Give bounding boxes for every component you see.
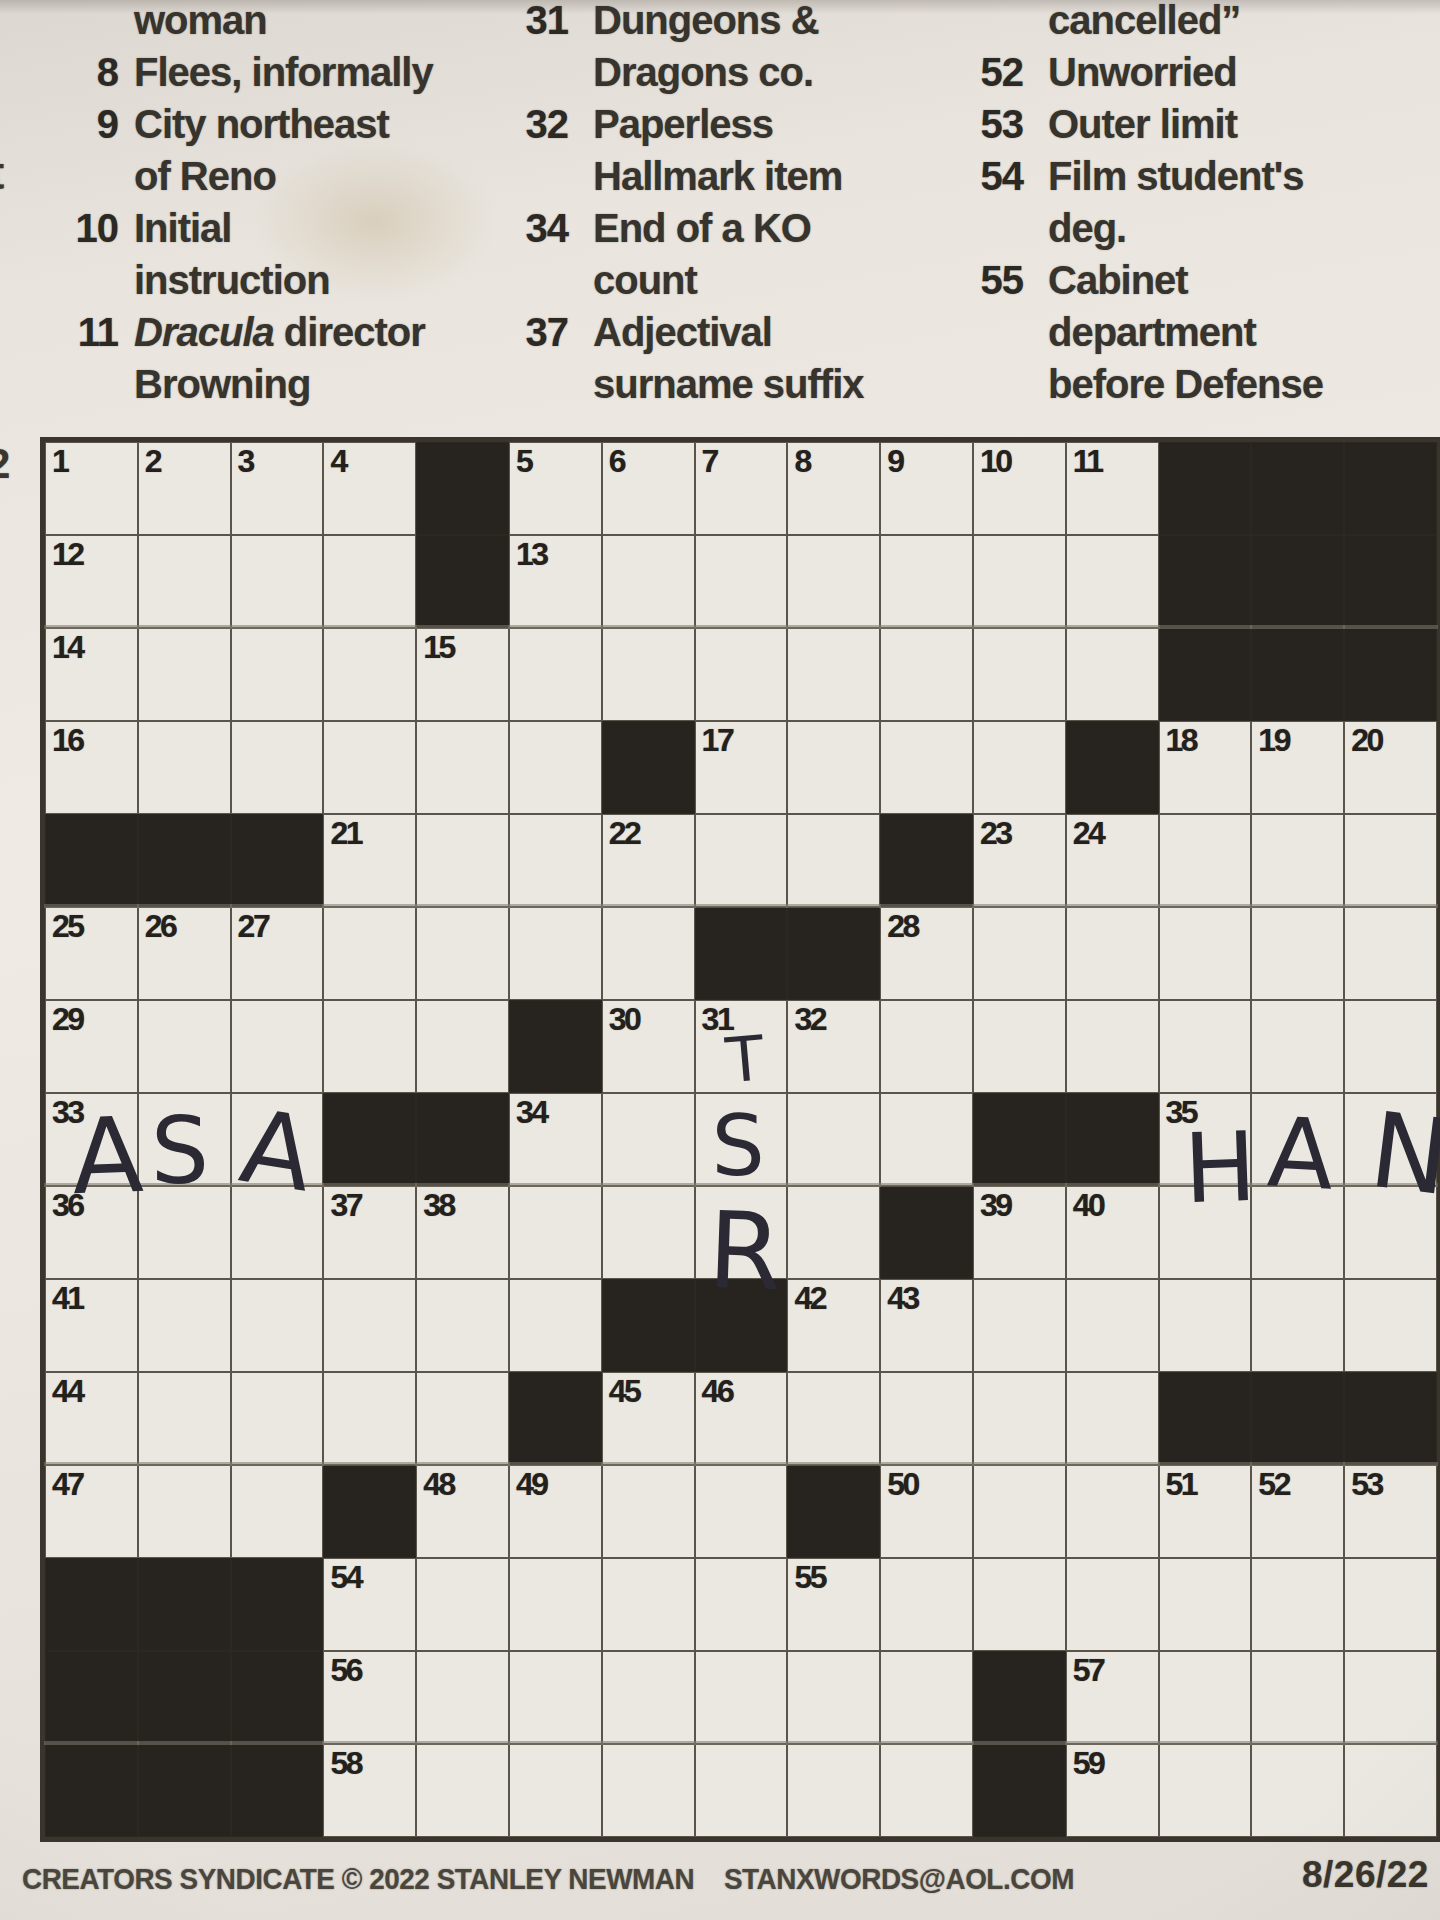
black-cell xyxy=(973,1093,1066,1186)
black-cell xyxy=(509,1000,602,1093)
clue-text: Outer limit xyxy=(1048,98,1237,150)
grid-cell[interactable] xyxy=(880,535,973,628)
grid-cell[interactable]: 39 xyxy=(973,1186,1066,1279)
grid-cell[interactable] xyxy=(602,1744,695,1837)
grid-cell[interactable] xyxy=(973,1558,1066,1651)
black-cell xyxy=(138,1651,231,1744)
grid-cell[interactable]: 12 xyxy=(45,535,138,628)
cell-number: 6 xyxy=(609,445,624,477)
photo-top-shadow xyxy=(0,0,1440,14)
grid-cell[interactable] xyxy=(509,814,602,907)
cell-number: 41 xyxy=(52,1282,83,1314)
clue-text: department xyxy=(1048,306,1256,358)
grid-cell[interactable]: 45 xyxy=(602,1372,695,1465)
black-cell xyxy=(602,1279,695,1372)
grid-cell[interactable] xyxy=(1066,628,1159,721)
grid-cell[interactable] xyxy=(787,1372,880,1465)
clue-number: 10 xyxy=(44,202,118,254)
cell-number: 12 xyxy=(52,538,83,570)
grid-cell[interactable]: 55 xyxy=(787,1558,880,1651)
grid-cell[interactable]: 6 xyxy=(602,442,695,535)
clue-line: 11Dracula director xyxy=(44,306,433,358)
clue-number: 32 xyxy=(500,98,568,150)
clue-text: before Defense xyxy=(1048,358,1323,410)
grid-cell[interactable] xyxy=(695,814,788,907)
grid-cell[interactable] xyxy=(973,535,1066,628)
grid-cell[interactable] xyxy=(416,1372,509,1465)
grid-cell[interactable]: 46 xyxy=(695,1372,788,1465)
grid-cell[interactable] xyxy=(602,1186,695,1279)
grid-cell[interactable] xyxy=(1159,814,1252,907)
clue-number: 11 xyxy=(44,306,118,358)
cell-number: 32 xyxy=(794,1003,825,1035)
grid-cell[interactable] xyxy=(787,1093,880,1186)
black-cell xyxy=(1344,1372,1437,1465)
clue-text: Initial xyxy=(134,202,231,254)
clue-line: 8Flees, informally xyxy=(44,46,433,98)
black-cell xyxy=(138,1744,231,1837)
grid-cell[interactable] xyxy=(231,1186,324,1279)
grid-cell[interactable] xyxy=(973,628,1066,721)
grid-cell[interactable] xyxy=(1251,1744,1344,1837)
grid-cell[interactable]: A xyxy=(1251,1093,1344,1186)
grid-cell[interactable] xyxy=(695,535,788,628)
handwritten-letter: T xyxy=(723,1027,766,1092)
cell-number: 51 xyxy=(1166,1468,1197,1500)
grid-cell[interactable] xyxy=(323,1279,416,1372)
cell-number: 52 xyxy=(1258,1468,1289,1500)
grid-cell[interactable] xyxy=(138,1279,231,1372)
grid-cell[interactable]: 1 xyxy=(45,442,138,535)
grid-cell[interactable]: 5 xyxy=(509,442,602,535)
cell-number: 42 xyxy=(794,1282,825,1314)
cell-number: 34 xyxy=(516,1096,547,1128)
grid-cell[interactable] xyxy=(1344,1651,1437,1744)
grid-cell[interactable] xyxy=(1251,1279,1344,1372)
grid-cell[interactable]: 43 xyxy=(880,1279,973,1372)
grid-cell[interactable] xyxy=(602,1558,695,1651)
clue-text: Dracula director xyxy=(134,306,425,358)
grid-cell[interactable] xyxy=(787,628,880,721)
clue-text: count xyxy=(593,254,697,306)
grid-cell[interactable] xyxy=(973,1372,1066,1465)
clue-number: 53 xyxy=(955,98,1023,150)
grid-cell[interactable] xyxy=(787,1186,880,1279)
grid-cell[interactable]: 57 xyxy=(1066,1651,1159,1744)
grid-cell[interactable] xyxy=(1159,1558,1252,1651)
grid-cell[interactable] xyxy=(138,1372,231,1465)
clue-line: 54Film student's xyxy=(955,150,1323,202)
grid-cell[interactable]: 15 xyxy=(416,628,509,721)
cell-number: 56 xyxy=(330,1654,361,1686)
cell-number: 2 xyxy=(145,445,160,477)
grid-cell[interactable]: 19 xyxy=(1251,721,1344,814)
grid-cell[interactable] xyxy=(416,907,509,1000)
grid-cell[interactable] xyxy=(416,1744,509,1837)
cell-number: 1 xyxy=(52,445,67,477)
grid-cell[interactable] xyxy=(880,1744,973,1837)
cell-number: 44 xyxy=(52,1375,83,1407)
clue-column-left: woman8Flees, informally9City northeastof… xyxy=(44,0,433,410)
grid-cell[interactable] xyxy=(509,628,602,721)
clue-number: 9 xyxy=(44,98,118,150)
grid-cell[interactable]: R xyxy=(695,1186,788,1279)
grid-cell[interactable]: 37 xyxy=(323,1186,416,1279)
clue-text: instruction xyxy=(134,254,330,306)
black-cell xyxy=(1159,1372,1252,1465)
grid-cell[interactable] xyxy=(416,721,509,814)
clue-text: Adjectival xyxy=(593,306,772,358)
crossword-newspaper-photo: woman8Flees, informally9City northeastof… xyxy=(0,0,1440,1920)
grid-cell[interactable]: 29 xyxy=(45,1000,138,1093)
grid-cell[interactable] xyxy=(231,1465,324,1558)
grid-cell[interactable]: 34 xyxy=(509,1093,602,1186)
grid-cell[interactable] xyxy=(323,535,416,628)
black-cell xyxy=(1251,535,1344,628)
black-cell xyxy=(45,1558,138,1651)
grid-cell[interactable] xyxy=(880,1000,973,1093)
grid-cell[interactable]: 10 xyxy=(973,442,1066,535)
grid-cell[interactable] xyxy=(1251,1651,1344,1744)
grid-cell[interactable]: 28 xyxy=(880,907,973,1000)
grid-cell[interactable] xyxy=(323,721,416,814)
grid-cell[interactable] xyxy=(880,1093,973,1186)
grid-cell[interactable]: 49 xyxy=(509,1465,602,1558)
black-cell xyxy=(416,1093,509,1186)
cell-number: 47 xyxy=(52,1468,83,1500)
grid-cell[interactable]: 25 xyxy=(45,907,138,1000)
grid-cell[interactable] xyxy=(880,628,973,721)
clue-number: 52 xyxy=(955,46,1023,98)
clue-number: 55 xyxy=(955,254,1023,306)
grid-cell[interactable] xyxy=(138,721,231,814)
black-cell xyxy=(1159,442,1252,535)
grid-cell[interactable]: 3 xyxy=(231,442,324,535)
grid-cell[interactable] xyxy=(231,628,324,721)
grid-cell[interactable]: 32 xyxy=(787,1000,880,1093)
edge-partial-text: 2 xyxy=(0,440,10,488)
grid-cell[interactable]: 41 xyxy=(45,1279,138,1372)
grid-cell[interactable] xyxy=(509,1279,602,1372)
grid-cell[interactable] xyxy=(509,1651,602,1744)
grid-cell[interactable] xyxy=(1066,1558,1159,1651)
grid-cell[interactable]: 54 xyxy=(323,1558,416,1651)
cell-number: 8 xyxy=(794,445,809,477)
cell-number: 49 xyxy=(516,1468,547,1500)
grid-cell[interactable] xyxy=(1066,1000,1159,1093)
black-cell xyxy=(1344,535,1437,628)
grid-cell[interactable]: 51 xyxy=(1159,1465,1252,1558)
black-cell xyxy=(787,1465,880,1558)
grid-cell[interactable] xyxy=(231,1000,324,1093)
grid-cell[interactable] xyxy=(1344,907,1437,1000)
cell-number: 48 xyxy=(423,1468,454,1500)
copyright-line: CREATORS SYNDICATE © 2022 STANLEY NEWMAN… xyxy=(22,1862,1074,1896)
grid-cell[interactable] xyxy=(602,907,695,1000)
cell-number: 39 xyxy=(980,1189,1011,1221)
grid-cell[interactable] xyxy=(1344,1279,1437,1372)
grid-cell[interactable] xyxy=(1159,1744,1252,1837)
grid-cell[interactable]: S xyxy=(695,1093,788,1186)
grid-cell[interactable] xyxy=(695,628,788,721)
clue-text: Hallmark item xyxy=(593,150,842,202)
grid-cell[interactable] xyxy=(1251,907,1344,1000)
grid-cell[interactable]: 38 xyxy=(416,1186,509,1279)
grid-cell[interactable] xyxy=(973,1279,1066,1372)
grid-cell[interactable] xyxy=(138,1000,231,1093)
grid-cell[interactable] xyxy=(1159,1279,1252,1372)
grid-cell[interactable] xyxy=(509,1744,602,1837)
black-cell xyxy=(231,1558,324,1651)
grid-cell[interactable] xyxy=(973,1465,1066,1558)
grid-cell[interactable] xyxy=(1066,1372,1159,1465)
cell-number: 58 xyxy=(330,1747,361,1779)
clue-line: instruction xyxy=(44,254,433,306)
grid-cell[interactable] xyxy=(323,1372,416,1465)
grid-cell[interactable] xyxy=(1251,814,1344,907)
grid-cell[interactable] xyxy=(509,721,602,814)
grid-cell[interactable] xyxy=(695,1558,788,1651)
grid-cell[interactable] xyxy=(787,1744,880,1837)
grid-cell[interactable]: 44 xyxy=(45,1372,138,1465)
grid-cell[interactable] xyxy=(416,814,509,907)
cell-number: 36 xyxy=(52,1189,83,1221)
grid-cell[interactable]: 26 xyxy=(138,907,231,1000)
cell-number: 43 xyxy=(887,1282,918,1314)
grid-cell[interactable] xyxy=(787,1651,880,1744)
cell-number: 29 xyxy=(52,1003,83,1035)
cell-number: 22 xyxy=(609,817,640,849)
grid-cell[interactable]: 4 xyxy=(323,442,416,535)
clue-line: Browning xyxy=(44,358,433,410)
grid-cell[interactable]: 40 xyxy=(1066,1186,1159,1279)
grid-cell[interactable] xyxy=(880,1372,973,1465)
grid-cell[interactable] xyxy=(973,721,1066,814)
grid-cell[interactable]: 52 xyxy=(1251,1465,1344,1558)
grid-cell[interactable] xyxy=(1159,1000,1252,1093)
cell-number: 37 xyxy=(330,1189,361,1221)
clue-line: 53Outer limit xyxy=(955,98,1323,150)
black-cell xyxy=(1159,628,1252,721)
grid-cell[interactable]: 21 xyxy=(323,814,416,907)
cell-number: 54 xyxy=(330,1561,361,1593)
grid-cell[interactable] xyxy=(1251,1000,1344,1093)
cell-number: 16 xyxy=(52,724,83,756)
grid-cell[interactable] xyxy=(602,535,695,628)
clue-number: 54 xyxy=(955,150,1023,202)
grid-cell[interactable]: 56 xyxy=(323,1651,416,1744)
grid-cell[interactable]: 8 xyxy=(787,442,880,535)
grid-cell[interactable]: 31T xyxy=(695,1000,788,1093)
grid-cell[interactable] xyxy=(787,721,880,814)
cell-number: 20 xyxy=(1351,724,1382,756)
grid-cell[interactable] xyxy=(138,535,231,628)
grid-cell[interactable]: 17 xyxy=(695,721,788,814)
grid-cell[interactable]: 59 xyxy=(1066,1744,1159,1837)
grid-cell[interactable] xyxy=(1251,1558,1344,1651)
cell-number: 10 xyxy=(980,445,1011,477)
clue-line: before Defense xyxy=(955,358,1323,410)
black-cell xyxy=(138,1558,231,1651)
cell-number: 19 xyxy=(1258,724,1289,756)
grid-cell[interactable]: 47 xyxy=(45,1465,138,1558)
black-cell xyxy=(416,442,509,535)
black-cell xyxy=(138,814,231,907)
grid-cell[interactable]: 22 xyxy=(602,814,695,907)
grid-cell[interactable] xyxy=(973,907,1066,1000)
grid-cell[interactable] xyxy=(231,1372,324,1465)
cell-number: 28 xyxy=(887,910,918,942)
grid-cell[interactable] xyxy=(1159,1186,1252,1279)
edge-partial-text: t xyxy=(0,146,4,200)
clue-italic-title: Dracula xyxy=(134,310,274,354)
black-cell xyxy=(1344,628,1437,721)
black-cell xyxy=(1251,442,1344,535)
clue-number: 37 xyxy=(500,306,568,358)
clue-line: 37Adjectival xyxy=(500,306,864,358)
grid-cell[interactable] xyxy=(1344,1000,1437,1093)
grid-cell[interactable]: 36 xyxy=(45,1186,138,1279)
grid-cell[interactable] xyxy=(231,1279,324,1372)
grid-cell[interactable]: N xyxy=(1344,1093,1437,1186)
black-cell xyxy=(602,721,695,814)
grid-cell[interactable] xyxy=(231,721,324,814)
grid-cell[interactable] xyxy=(138,1186,231,1279)
black-cell xyxy=(416,535,509,628)
grid-cell[interactable] xyxy=(1066,535,1159,628)
grid-cell[interactable] xyxy=(1159,1651,1252,1744)
black-cell xyxy=(45,814,138,907)
grid-cell[interactable]: 9 xyxy=(880,442,973,535)
grid-cell[interactable] xyxy=(323,907,416,1000)
grid-cell[interactable]: 18 xyxy=(1159,721,1252,814)
black-cell xyxy=(1066,721,1159,814)
black-cell xyxy=(231,814,324,907)
contact-email: STANXWORDS@AOL.COM xyxy=(724,1862,1074,1895)
cell-number: 38 xyxy=(423,1189,454,1221)
grid-cell[interactable]: 13 xyxy=(509,535,602,628)
grid-cell[interactable] xyxy=(602,1093,695,1186)
grid-cell[interactable] xyxy=(138,628,231,721)
grid-cell[interactable] xyxy=(1344,1744,1437,1837)
grid-cell[interactable] xyxy=(880,721,973,814)
grid-cell[interactable] xyxy=(231,535,324,628)
grid-cell[interactable]: 50 xyxy=(880,1465,973,1558)
grid-cell[interactable] xyxy=(1344,814,1437,907)
grid-cell[interactable] xyxy=(602,628,695,721)
grid-cell[interactable] xyxy=(1251,1186,1344,1279)
black-cell xyxy=(509,1372,602,1465)
grid-cell[interactable]: 58 xyxy=(323,1744,416,1837)
black-cell xyxy=(45,1651,138,1744)
copyright-text: CREATORS SYNDICATE © 2022 STANLEY NEWMAN xyxy=(22,1862,694,1895)
grid-cell[interactable]: 24 xyxy=(1066,814,1159,907)
grid-cell[interactable]: 42 xyxy=(787,1279,880,1372)
grid-cell[interactable]: 7 xyxy=(695,442,788,535)
grid-cell[interactable]: S xyxy=(138,1093,231,1186)
grid-cell[interactable] xyxy=(602,1651,695,1744)
cell-number: 31 xyxy=(702,1003,733,1035)
grid-cell[interactable]: 48 xyxy=(416,1465,509,1558)
clue-text: End of a KO xyxy=(593,202,811,254)
grid-cell[interactable]: 20 xyxy=(1344,721,1437,814)
black-cell xyxy=(1159,535,1252,628)
black-cell xyxy=(45,1744,138,1837)
black-cell xyxy=(973,1744,1066,1837)
cell-number: 25 xyxy=(52,910,83,942)
grid-cell[interactable]: 2 xyxy=(138,442,231,535)
grid-cell[interactable] xyxy=(416,1558,509,1651)
grid-cell[interactable] xyxy=(1066,1279,1159,1372)
grid-cell[interactable] xyxy=(323,1000,416,1093)
black-cell xyxy=(323,1093,416,1186)
clue-text: Paperless xyxy=(593,98,773,150)
puzzle-date: 8/26/22 xyxy=(1302,1854,1429,1896)
clue-text: Unworried xyxy=(1048,46,1237,98)
clue-text: Cabinet xyxy=(1048,254,1188,306)
grid-cell[interactable] xyxy=(416,1000,509,1093)
cell-number: 5 xyxy=(516,445,531,477)
clue-line: Hallmark item xyxy=(500,150,864,202)
grid-cell[interactable]: 27 xyxy=(231,907,324,1000)
clue-line: 9City northeast xyxy=(44,98,433,150)
grid-cell[interactable] xyxy=(509,1186,602,1279)
cell-number: 3 xyxy=(238,445,253,477)
handwritten-letter: S xyxy=(712,1104,765,1188)
grid-cell[interactable] xyxy=(323,628,416,721)
grid-cell[interactable]: A xyxy=(231,1093,324,1186)
grid-cell[interactable] xyxy=(973,1000,1066,1093)
grid-cell[interactable]: 16 xyxy=(45,721,138,814)
black-cell xyxy=(787,907,880,1000)
clue-number: 8 xyxy=(44,46,118,98)
grid-cell[interactable]: 53 xyxy=(1344,1465,1437,1558)
grid-cell[interactable] xyxy=(787,814,880,907)
cell-number: 50 xyxy=(887,1468,918,1500)
grid-cell[interactable] xyxy=(695,1651,788,1744)
cell-number: 14 xyxy=(52,631,83,663)
grid-cell[interactable] xyxy=(138,1465,231,1558)
grid-cell[interactable] xyxy=(1344,1186,1437,1279)
grid-cell[interactable]: 35H xyxy=(1159,1093,1252,1186)
clue-line: count xyxy=(500,254,864,306)
grid-cell[interactable] xyxy=(416,1279,509,1372)
grid-cell[interactable] xyxy=(880,1558,973,1651)
cell-number: 4 xyxy=(330,445,345,477)
grid-cell[interactable]: 14 xyxy=(45,628,138,721)
grid-cell[interactable] xyxy=(880,1651,973,1744)
grid-cell[interactable] xyxy=(787,535,880,628)
grid-cell[interactable] xyxy=(1066,907,1159,1000)
grid-cell[interactable]: 11 xyxy=(1066,442,1159,535)
grid-cell[interactable] xyxy=(509,907,602,1000)
grid-cell[interactable] xyxy=(509,1558,602,1651)
grid-cell[interactable] xyxy=(1344,1558,1437,1651)
grid-cell[interactable]: 33A xyxy=(45,1093,138,1186)
grid-cell[interactable] xyxy=(1159,907,1252,1000)
cell-number: 53 xyxy=(1351,1468,1382,1500)
cell-number: 57 xyxy=(1073,1654,1104,1686)
grid-cell[interactable] xyxy=(695,1465,788,1558)
grid-cell[interactable] xyxy=(695,1744,788,1837)
grid-cell[interactable] xyxy=(602,1465,695,1558)
grid-cell[interactable]: 23 xyxy=(973,814,1066,907)
grid-cell[interactable] xyxy=(416,1651,509,1744)
grid-cell[interactable]: 30 xyxy=(602,1000,695,1093)
clue-text: Flees, informally xyxy=(134,46,433,98)
cell-number: 13 xyxy=(516,538,547,570)
grid-cell[interactable] xyxy=(1066,1465,1159,1558)
